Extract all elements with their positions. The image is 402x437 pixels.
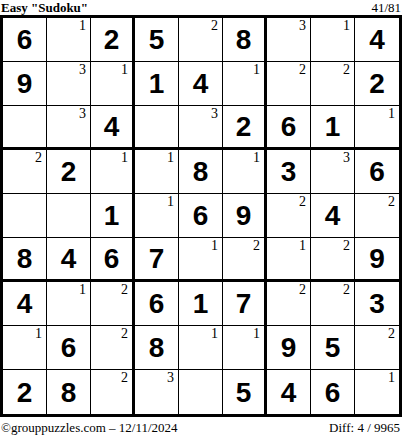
pencil-mark: 2 (299, 62, 306, 77)
pencil-mark: 1 (35, 326, 42, 341)
cell-r8c3[interactable]: 2 (91, 326, 135, 370)
pencil-mark: 2 (211, 18, 218, 33)
cell-r8c6[interactable]: 1 (223, 326, 267, 370)
cell-r1c1[interactable]: 6 (3, 18, 47, 62)
cell-r8c2[interactable]: 6 (47, 326, 91, 370)
pencil-mark: 1 (253, 150, 260, 165)
pencil-mark: 2 (121, 282, 128, 297)
cell-value: 7 (236, 289, 252, 318)
cell-value: 2 (17, 378, 33, 407)
cell-r7c9[interactable]: 3 (355, 282, 399, 326)
cell-value: 2 (61, 157, 77, 186)
pencil-mark: 1 (343, 18, 350, 33)
cell-r9c6[interactable]: 5 (223, 370, 267, 414)
cell-value: 3 (369, 289, 385, 318)
cell-value: 5 (325, 333, 341, 362)
cell-r2c2[interactable]: 3 (47, 62, 91, 106)
cell-r2c9[interactable]: 2 (355, 62, 399, 106)
cell-value: 2 (369, 69, 385, 98)
cell-value: 9 (236, 201, 252, 230)
cell-r2c5[interactable]: 4 (179, 62, 223, 106)
cell-r1c8[interactable]: 1 (311, 18, 355, 62)
cell-r9c2[interactable]: 8 (47, 370, 91, 414)
cell-r3c5[interactable]: 3 (179, 106, 223, 150)
cell-r4c3[interactable]: 1 (91, 150, 135, 194)
pencil-mark: 2 (299, 194, 306, 209)
copyright-text: ©grouppuzzles.com – 12/11/2024 (1, 420, 178, 436)
cell-r2c6[interactable]: 1 (223, 62, 267, 106)
cell-value: 8 (236, 25, 252, 54)
cell-r9c3[interactable]: 2 (91, 370, 135, 414)
cell-r7c4[interactable]: 6 (135, 282, 179, 326)
cell-r3c4[interactable] (135, 106, 179, 150)
cell-r4c4[interactable]: 1 (135, 150, 179, 194)
pencil-mark: 1 (253, 326, 260, 341)
cell-value: 9 (281, 333, 297, 362)
difficulty-text: Diff: 4 / 9965 (329, 420, 400, 436)
cell-value: 6 (17, 25, 33, 54)
cell-r8c9[interactable]: 2 (355, 326, 399, 370)
pencil-mark: 3 (79, 62, 86, 77)
pencil-mark: 1 (79, 18, 86, 33)
pencil-mark: 2 (388, 326, 395, 341)
pencil-mark: 3 (167, 370, 174, 385)
pencil-mark: 2 (388, 194, 395, 209)
cell-r5c6[interactable]: 9 (223, 194, 267, 238)
cell-r2c4[interactable]: 1 (135, 62, 179, 106)
cell-r3c6[interactable]: 2 (223, 106, 267, 150)
cell-r4c8[interactable]: 3 (311, 150, 355, 194)
cell-r9c1[interactable]: 2 (3, 370, 47, 414)
pencil-mark: 1 (388, 106, 395, 121)
cell-r4c5[interactable]: 8 (179, 150, 223, 194)
cell-value: 7 (149, 244, 165, 273)
cell-r7c5[interactable]: 1 (179, 282, 223, 326)
pencil-mark: 3 (299, 18, 306, 33)
cell-r3c2[interactable]: 3 (47, 106, 91, 150)
cell-value: 6 (149, 289, 165, 318)
pencil-mark: 2 (253, 238, 260, 253)
cell-value: 8 (17, 244, 33, 273)
pencil-mark: 1 (388, 370, 395, 385)
cell-value: 2 (104, 25, 120, 54)
cell-r6c6[interactable]: 2 (223, 238, 267, 282)
cell-value: 5 (149, 25, 165, 54)
pencil-mark: 2 (299, 282, 306, 297)
cell-r8c8[interactable]: 5 (311, 326, 355, 370)
pencil-mark: 1 (253, 62, 260, 77)
pencil-mark: 3 (79, 106, 86, 121)
cell-r9c4[interactable]: 3 (135, 370, 179, 414)
cell-r5c2[interactable] (47, 194, 91, 238)
cell-value: 4 (369, 25, 385, 54)
pencil-mark: 3 (343, 150, 350, 165)
cell-r9c9[interactable]: 1 (355, 370, 399, 414)
cell-r3c3[interactable]: 4 (91, 106, 135, 150)
cell-value: 4 (17, 289, 33, 318)
cell-value: 4 (61, 244, 77, 273)
cell-r6c4[interactable]: 7 (135, 238, 179, 282)
cell-value: 2 (236, 112, 252, 141)
cell-r1c5[interactable]: 2 (179, 18, 223, 62)
pencil-mark: 2 (343, 62, 350, 77)
cell-r9c5[interactable] (179, 370, 223, 414)
sudoku-board: 6125283149311412223432611221181336116924… (0, 15, 402, 417)
cell-r7c1[interactable]: 4 (3, 282, 47, 326)
cell-r8c7[interactable]: 9 (267, 326, 311, 370)
cell-r5c4[interactable]: 1 (135, 194, 179, 238)
cell-r5c1[interactable] (3, 194, 47, 238)
cell-r6c8[interactable]: 2 (311, 238, 355, 282)
cell-value: 4 (104, 112, 120, 141)
cell-r8c1[interactable]: 1 (3, 326, 47, 370)
cell-r6c3[interactable]: 6 (91, 238, 135, 282)
cell-r6c7[interactable]: 1 (267, 238, 311, 282)
cell-value: 8 (61, 378, 77, 407)
cell-r9c8[interactable]: 6 (311, 370, 355, 414)
cell-r4c2[interactable]: 2 (47, 150, 91, 194)
pencil-mark: 2 (343, 282, 350, 297)
cell-r1c6[interactable]: 8 (223, 18, 267, 62)
cell-r6c5[interactable]: 1 (179, 238, 223, 282)
cell-r6c1[interactable]: 8 (3, 238, 47, 282)
pencil-mark: 1 (121, 150, 128, 165)
pencil-mark: 1 (299, 238, 306, 253)
cell-value: 4 (325, 201, 341, 230)
cell-r3c8[interactable]: 1 (311, 106, 355, 150)
pencil-mark: 1 (211, 326, 218, 341)
cell-r5c7[interactable]: 2 (267, 194, 311, 238)
cell-r1c9[interactable]: 4 (355, 18, 399, 62)
cell-r3c9[interactable]: 1 (355, 106, 399, 150)
cell-r8c4[interactable]: 8 (135, 326, 179, 370)
cell-r1c3[interactable]: 2 (91, 18, 135, 62)
cell-r5c3[interactable]: 1 (91, 194, 135, 238)
cell-r7c7[interactable]: 2 (267, 282, 311, 326)
cell-r5c9[interactable]: 2 (355, 194, 399, 238)
cell-value: 3 (281, 157, 297, 186)
cell-r2c8[interactable]: 2 (311, 62, 355, 106)
puzzle-title: Easy "Sudoku" (1, 1, 88, 15)
cell-value: 6 (193, 201, 209, 230)
cell-value: 1 (193, 289, 209, 318)
cell-r2c1[interactable]: 9 (3, 62, 47, 106)
cell-value: 1 (149, 69, 165, 98)
cell-r1c4[interactable]: 5 (135, 18, 179, 62)
cell-r5c5[interactable]: 6 (179, 194, 223, 238)
cell-value: 4 (193, 69, 209, 98)
cell-value: 6 (281, 112, 297, 141)
footer: ©grouppuzzles.com – 12/11/2024 Diff: 4 /… (0, 417, 402, 437)
cell-r4c6[interactable]: 1 (223, 150, 267, 194)
cell-r4c7[interactable]: 3 (267, 150, 311, 194)
cell-r4c9[interactable]: 6 (355, 150, 399, 194)
cell-value: 6 (325, 378, 341, 407)
cell-r7c6[interactable]: 7 (223, 282, 267, 326)
cell-value: 1 (325, 112, 341, 141)
cell-r3c7[interactable]: 6 (267, 106, 311, 150)
pencil-mark: 1 (121, 62, 128, 77)
cell-r6c9[interactable]: 9 (355, 238, 399, 282)
cell-value: 9 (369, 244, 385, 273)
pencil-mark: 2 (343, 238, 350, 253)
cell-r7c3[interactable]: 2 (91, 282, 135, 326)
cell-r3c1[interactable] (3, 106, 47, 150)
cell-r7c2[interactable]: 1 (47, 282, 91, 326)
pencil-mark: 2 (121, 370, 128, 385)
pencil-mark: 3 (211, 106, 218, 121)
pencil-mark: 1 (211, 238, 218, 253)
pencil-mark: 2 (35, 150, 42, 165)
pencil-mark: 1 (79, 282, 86, 297)
cell-value: 5 (236, 378, 252, 407)
pencil-mark: 1 (167, 194, 174, 209)
cell-value: 4 (281, 378, 297, 407)
pencil-mark: 2 (121, 326, 128, 341)
cell-value: 6 (104, 244, 120, 273)
cell-value: 8 (193, 157, 209, 186)
cell-r5c8[interactable]: 4 (311, 194, 355, 238)
cell-value: 1 (104, 201, 120, 230)
pencil-mark: 1 (167, 150, 174, 165)
header: Easy "Sudoku" 41/81 (0, 0, 402, 15)
cell-r1c2[interactable]: 1 (47, 18, 91, 62)
cell-r1c7[interactable]: 3 (267, 18, 311, 62)
cell-r2c7[interactable]: 2 (267, 62, 311, 106)
cell-r8c5[interactable]: 1 (179, 326, 223, 370)
cell-value: 6 (61, 333, 77, 362)
cell-value: 6 (369, 157, 385, 186)
cell-r2c3[interactable]: 1 (91, 62, 135, 106)
cell-value: 8 (149, 333, 165, 362)
progress-counter: 41/81 (371, 1, 401, 15)
cell-r6c2[interactable]: 4 (47, 238, 91, 282)
cell-r7c8[interactable]: 2 (311, 282, 355, 326)
cell-r4c1[interactable]: 2 (3, 150, 47, 194)
cell-value: 9 (17, 69, 33, 98)
cell-r9c7[interactable]: 4 (267, 370, 311, 414)
